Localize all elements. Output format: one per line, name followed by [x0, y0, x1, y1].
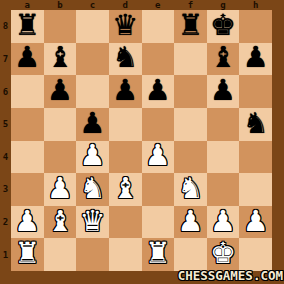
rank-label-8: 8 — [0, 10, 11, 43]
square-g2: ♟ — [207, 206, 240, 239]
square-d8: ♛ — [109, 10, 142, 43]
square-g3 — [207, 173, 240, 206]
square-c8 — [76, 10, 109, 43]
white-bishop-b2: ♝ — [47, 207, 73, 236]
square-b1 — [44, 238, 77, 271]
square-a5 — [11, 108, 44, 141]
square-g7: ♝ — [207, 43, 240, 76]
square-d5 — [109, 108, 142, 141]
white-king-g1: ♚ — [210, 239, 236, 268]
square-b7: ♝ — [44, 43, 77, 76]
square-f7 — [174, 43, 207, 76]
square-f2: ♟ — [174, 206, 207, 239]
square-b8 — [44, 10, 77, 43]
white-knight-f3: ♞ — [177, 174, 203, 203]
white-rook-e1: ♜ — [145, 239, 171, 268]
file-label-c: c — [76, 0, 109, 10]
black-queen-d8: ♛ — [112, 11, 138, 40]
black-knight-h5: ♞ — [243, 109, 269, 138]
white-pawn-f2: ♟ — [177, 207, 203, 236]
square-c1 — [76, 238, 109, 271]
square-g8: ♚ — [207, 10, 240, 43]
square-h1 — [239, 238, 272, 271]
white-rook-a1: ♜ — [14, 239, 40, 268]
square-h3 — [239, 173, 272, 206]
black-pawn-c5: ♟ — [80, 109, 106, 138]
square-d2 — [109, 206, 142, 239]
square-e6: ♟ — [142, 75, 175, 108]
black-rook-f8: ♜ — [177, 11, 203, 40]
square-d4 — [109, 141, 142, 174]
square-h6 — [239, 75, 272, 108]
square-e1: ♜ — [142, 238, 175, 271]
square-f1 — [174, 238, 207, 271]
rank-label-4: 4 — [0, 141, 11, 174]
square-e2 — [142, 206, 175, 239]
square-d6: ♟ — [109, 75, 142, 108]
square-h4 — [239, 141, 272, 174]
black-pawn-h7: ♟ — [243, 43, 269, 72]
rank-label-5: 5 — [0, 108, 11, 141]
square-a6 — [11, 75, 44, 108]
white-knight-c3: ♞ — [80, 174, 106, 203]
square-h7: ♟ — [239, 43, 272, 76]
black-pawn-e6: ♟ — [145, 76, 171, 105]
white-bishop-d3: ♝ — [112, 174, 138, 203]
square-a7: ♟ — [11, 43, 44, 76]
square-h2: ♟ — [239, 206, 272, 239]
rank-label-6: 6 — [0, 75, 11, 108]
chess-board-frame: abcdefgh 87654321 ♜♛♜♚♟♝♞♝♟♟♟♟♟♟♞♟♟♟♞♝♞♟… — [0, 0, 284, 284]
black-pawn-d6: ♟ — [112, 76, 138, 105]
white-pawn-e4: ♟ — [145, 141, 171, 170]
white-pawn-a2: ♟ — [14, 207, 40, 236]
square-b3: ♟ — [44, 173, 77, 206]
square-c3: ♞ — [76, 173, 109, 206]
square-g1: ♚ — [207, 238, 240, 271]
square-c5: ♟ — [76, 108, 109, 141]
rank-labels: 87654321 — [0, 10, 11, 271]
square-b4 — [44, 141, 77, 174]
square-d1 — [109, 238, 142, 271]
black-bishop-b7: ♝ — [47, 43, 73, 72]
square-a2: ♟ — [11, 206, 44, 239]
square-c2: ♛ — [76, 206, 109, 239]
square-f4 — [174, 141, 207, 174]
square-e5 — [142, 108, 175, 141]
black-pawn-b6: ♟ — [47, 76, 73, 105]
rank-label-1: 1 — [0, 238, 11, 271]
square-c7 — [76, 43, 109, 76]
black-rook-a8: ♜ — [14, 11, 40, 40]
square-h8 — [239, 10, 272, 43]
white-pawn-g2: ♟ — [210, 207, 236, 236]
square-g6: ♟ — [207, 75, 240, 108]
site-watermark: CHESSGAMES.COM — [178, 268, 283, 283]
square-h5: ♞ — [239, 108, 272, 141]
square-d7: ♞ — [109, 43, 142, 76]
square-b5 — [44, 108, 77, 141]
square-a4 — [11, 141, 44, 174]
square-f5 — [174, 108, 207, 141]
black-pawn-g6: ♟ — [210, 76, 236, 105]
square-b2: ♝ — [44, 206, 77, 239]
square-f6 — [174, 75, 207, 108]
square-e8 — [142, 10, 175, 43]
square-f3: ♞ — [174, 173, 207, 206]
white-pawn-c4: ♟ — [80, 141, 106, 170]
rank-label-7: 7 — [0, 43, 11, 76]
square-g4 — [207, 141, 240, 174]
file-label-h: h — [239, 0, 272, 10]
square-a8: ♜ — [11, 10, 44, 43]
black-pawn-a7: ♟ — [14, 43, 40, 72]
square-e4: ♟ — [142, 141, 175, 174]
square-b6: ♟ — [44, 75, 77, 108]
white-queen-c2: ♛ — [80, 207, 106, 236]
square-e7 — [142, 43, 175, 76]
square-c6 — [76, 75, 109, 108]
black-bishop-g7: ♝ — [210, 43, 236, 72]
rank-label-3: 3 — [0, 173, 11, 206]
square-g5 — [207, 108, 240, 141]
file-label-e: e — [142, 0, 175, 10]
black-king-g8: ♚ — [210, 11, 236, 40]
rank-label-2: 2 — [0, 206, 11, 239]
white-pawn-h2: ♟ — [243, 207, 269, 236]
white-pawn-b3: ♟ — [47, 174, 73, 203]
black-knight-d7: ♞ — [112, 43, 138, 72]
square-c4: ♟ — [76, 141, 109, 174]
square-d3: ♝ — [109, 173, 142, 206]
chess-board: ♜♛♜♚♟♝♞♝♟♟♟♟♟♟♞♟♟♟♞♝♞♟♝♛♟♟♟♜♜♚ — [11, 10, 272, 271]
square-e3 — [142, 173, 175, 206]
file-label-b: b — [44, 0, 77, 10]
square-a3 — [11, 173, 44, 206]
square-a1: ♜ — [11, 238, 44, 271]
square-f8: ♜ — [174, 10, 207, 43]
